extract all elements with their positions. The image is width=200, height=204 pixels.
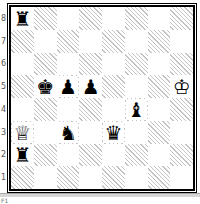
black-bishop-piece: ♝ xyxy=(126,99,147,120)
square-e5[interactable] xyxy=(102,75,125,98)
chess-board: ♜♚♟♟♔♝♕♞♛♜ xyxy=(7,3,197,193)
window-bottom-bar xyxy=(0,193,200,197)
square-e2[interactable] xyxy=(102,144,125,167)
square-d7[interactable] xyxy=(79,30,102,53)
square-h6[interactable] xyxy=(170,53,193,76)
chess-diagram: 87654321 ♜♚♟♟♔♝♕♞♛♜ F1 xyxy=(0,0,200,204)
square-c7[interactable] xyxy=(57,30,80,53)
square-a6[interactable] xyxy=(11,53,34,76)
square-h5[interactable]: ♔ xyxy=(170,75,193,98)
square-f8[interactable] xyxy=(125,7,148,30)
black-queen-piece: ♛ xyxy=(103,122,124,143)
square-c2[interactable] xyxy=(57,144,80,167)
square-b5[interactable]: ♚ xyxy=(34,75,57,98)
square-g7[interactable] xyxy=(148,30,171,53)
square-b7[interactable] xyxy=(34,30,57,53)
square-c1[interactable] xyxy=(57,166,80,189)
black-pawn-piece: ♟ xyxy=(80,76,101,97)
square-g2[interactable] xyxy=(148,144,171,167)
square-b6[interactable] xyxy=(34,53,57,76)
square-b8[interactable] xyxy=(34,7,57,30)
square-d8[interactable] xyxy=(79,7,102,30)
rank-label-2: 2 xyxy=(0,144,7,167)
square-a8[interactable]: ♜ xyxy=(11,7,34,30)
square-h8[interactable] xyxy=(170,7,193,30)
square-h3[interactable] xyxy=(170,121,193,144)
square-c8[interactable] xyxy=(57,7,80,30)
square-c3[interactable]: ♞ xyxy=(57,121,80,144)
square-g4[interactable] xyxy=(148,98,171,121)
square-c4[interactable] xyxy=(57,98,80,121)
rank-labels: 87654321 xyxy=(0,7,7,189)
square-e4[interactable] xyxy=(102,98,125,121)
square-f3[interactable] xyxy=(125,121,148,144)
black-knight-piece: ♞ xyxy=(57,122,78,143)
rank-label-3: 3 xyxy=(0,121,7,144)
white-queen-piece: ♕ xyxy=(12,122,33,143)
rank-label-7: 7 xyxy=(0,30,7,53)
board-border: ♜♚♟♟♔♝♕♞♛♜ xyxy=(9,5,195,191)
square-c5[interactable]: ♟ xyxy=(57,75,80,98)
square-a3[interactable]: ♕ xyxy=(11,121,34,144)
square-f2[interactable] xyxy=(125,144,148,167)
square-d2[interactable] xyxy=(79,144,102,167)
square-f4[interactable]: ♝ xyxy=(125,98,148,121)
black-king-piece: ♚ xyxy=(35,76,56,97)
rank-label-6: 6 xyxy=(0,53,7,76)
rank-label-4: 4 xyxy=(0,98,7,121)
square-b4[interactable] xyxy=(34,98,57,121)
square-g5[interactable] xyxy=(148,75,171,98)
square-h2[interactable] xyxy=(170,144,193,167)
square-e8[interactable] xyxy=(102,7,125,30)
square-e1[interactable] xyxy=(102,166,125,189)
square-a4[interactable] xyxy=(11,98,34,121)
square-a5[interactable] xyxy=(11,75,34,98)
board-grid: ♜♚♟♟♔♝♕♞♛♜ xyxy=(11,7,193,189)
square-h4[interactable] xyxy=(170,98,193,121)
black-rook-piece: ♜ xyxy=(12,8,33,29)
black-rook-piece: ♜ xyxy=(12,144,33,165)
square-g6[interactable] xyxy=(148,53,171,76)
square-f6[interactable] xyxy=(125,53,148,76)
square-f1[interactable] xyxy=(125,166,148,189)
square-g1[interactable] xyxy=(148,166,171,189)
square-d5[interactable]: ♟ xyxy=(79,75,102,98)
square-a2[interactable]: ♜ xyxy=(11,144,34,167)
square-g3[interactable] xyxy=(148,121,171,144)
square-b1[interactable] xyxy=(34,166,57,189)
square-a1[interactable] xyxy=(11,166,34,189)
square-f7[interactable] xyxy=(125,30,148,53)
rank-label-5: 5 xyxy=(0,75,7,98)
square-d3[interactable] xyxy=(79,121,102,144)
square-h1[interactable] xyxy=(170,166,193,189)
white-king-piece: ♔ xyxy=(171,76,192,97)
square-f5[interactable] xyxy=(125,75,148,98)
square-e7[interactable] xyxy=(102,30,125,53)
square-e3[interactable]: ♛ xyxy=(102,121,125,144)
rank-label-8: 8 xyxy=(0,7,7,30)
square-a7[interactable] xyxy=(11,30,34,53)
rank-label-1: 1 xyxy=(0,166,7,189)
black-pawn-piece: ♟ xyxy=(57,76,78,97)
square-d4[interactable] xyxy=(79,98,102,121)
square-c6[interactable] xyxy=(57,53,80,76)
square-g8[interactable] xyxy=(148,7,171,30)
square-h7[interactable] xyxy=(170,30,193,53)
square-b2[interactable] xyxy=(34,144,57,167)
square-d6[interactable] xyxy=(79,53,102,76)
square-b3[interactable] xyxy=(34,121,57,144)
caption-text: F1 xyxy=(1,197,8,204)
square-d1[interactable] xyxy=(79,166,102,189)
square-e6[interactable] xyxy=(102,53,125,76)
